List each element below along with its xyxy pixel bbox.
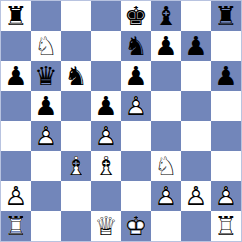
- piece-black-knight[interactable]: ♞: [121, 31, 151, 61]
- piece-glyph: ♟: [181, 31, 211, 61]
- piece-black-king[interactable]: ♚: [121, 1, 151, 31]
- square-f5[interactable]: [151, 91, 181, 121]
- square-b1[interactable]: [31, 211, 61, 241]
- piece-glyph: ♙: [1, 181, 31, 211]
- square-h7[interactable]: [211, 31, 241, 61]
- chess-board: ♜♚♝♜♞♘♞♟♟♟♛♞♟♟♟♟♟♙♟♙♟♙♝♗♝♗♞♘♟♙♟♙♟♙♟♙♜♖♛♕…: [0, 0, 242, 242]
- piece-black-pawn[interactable]: ♟: [211, 61, 241, 91]
- piece-white-pawn[interactable]: ♟♙: [1, 181, 31, 211]
- piece-white-pawn[interactable]: ♟♙: [181, 181, 211, 211]
- square-a2[interactable]: ♟♙: [1, 181, 31, 211]
- square-f6[interactable]: [151, 61, 181, 91]
- piece-black-rook[interactable]: ♜: [211, 1, 241, 31]
- square-c3[interactable]: ♝♗: [61, 151, 91, 181]
- piece-glyph: ♘: [31, 31, 61, 61]
- square-d6[interactable]: [91, 61, 121, 91]
- square-c8[interactable]: [61, 1, 91, 31]
- square-b5[interactable]: ♟: [31, 91, 61, 121]
- square-d3[interactable]: ♝♗: [91, 151, 121, 181]
- square-g7[interactable]: ♟: [181, 31, 211, 61]
- square-h4[interactable]: [211, 121, 241, 151]
- square-d7[interactable]: [91, 31, 121, 61]
- piece-glyph: ♗: [61, 151, 91, 181]
- square-g4[interactable]: [181, 121, 211, 151]
- square-f7[interactable]: ♟: [151, 31, 181, 61]
- square-b2[interactable]: [31, 181, 61, 211]
- piece-white-pawn[interactable]: ♟♙: [151, 181, 181, 211]
- square-a6[interactable]: ♟: [1, 61, 31, 91]
- square-b3[interactable]: [31, 151, 61, 181]
- piece-glyph: ♟: [121, 61, 151, 91]
- piece-white-pawn[interactable]: ♟♙: [121, 91, 151, 121]
- piece-white-king[interactable]: ♚♔: [121, 211, 151, 241]
- square-b6[interactable]: ♛: [31, 61, 61, 91]
- square-e2[interactable]: [121, 181, 151, 211]
- square-a5[interactable]: [1, 91, 31, 121]
- piece-white-bishop[interactable]: ♝♗: [61, 151, 91, 181]
- square-f1[interactable]: [151, 211, 181, 241]
- square-b4[interactable]: ♟♙: [31, 121, 61, 151]
- piece-white-queen[interactable]: ♛♕: [91, 211, 121, 241]
- square-f8[interactable]: ♝: [151, 1, 181, 31]
- square-b8[interactable]: [31, 1, 61, 31]
- piece-white-bishop[interactable]: ♝♗: [91, 151, 121, 181]
- square-e5[interactable]: ♟♙: [121, 91, 151, 121]
- square-e3[interactable]: [121, 151, 151, 181]
- square-f3[interactable]: ♞♘: [151, 151, 181, 181]
- piece-glyph: ♟: [211, 61, 241, 91]
- square-b7[interactable]: ♞♘: [31, 31, 61, 61]
- piece-white-knight[interactable]: ♞♘: [31, 31, 61, 61]
- piece-black-pawn[interactable]: ♟: [181, 31, 211, 61]
- square-h3[interactable]: [211, 151, 241, 181]
- square-e6[interactable]: ♟: [121, 61, 151, 91]
- square-a4[interactable]: [1, 121, 31, 151]
- square-d4[interactable]: ♟♙: [91, 121, 121, 151]
- square-g6[interactable]: [181, 61, 211, 91]
- piece-glyph: ♗: [91, 151, 121, 181]
- piece-glyph: ♙: [121, 91, 151, 121]
- piece-glyph: ♛: [31, 61, 61, 91]
- square-a8[interactable]: ♜: [1, 1, 31, 31]
- square-g2[interactable]: ♟♙: [181, 181, 211, 211]
- square-a7[interactable]: [1, 31, 31, 61]
- piece-glyph: ♟: [1, 61, 31, 91]
- piece-black-pawn[interactable]: ♟: [1, 61, 31, 91]
- square-c4[interactable]: [61, 121, 91, 151]
- piece-white-pawn[interactable]: ♟♙: [91, 121, 121, 151]
- piece-white-rook[interactable]: ♜♖: [1, 211, 31, 241]
- piece-glyph: ♙: [91, 121, 121, 151]
- square-d1[interactable]: ♛♕: [91, 211, 121, 241]
- piece-black-rook[interactable]: ♜: [1, 1, 31, 31]
- piece-glyph: ♝: [151, 1, 181, 31]
- square-c5[interactable]: [61, 91, 91, 121]
- piece-white-rook[interactable]: ♜♖: [211, 211, 241, 241]
- piece-glyph: ♘: [151, 151, 181, 181]
- square-h8[interactable]: ♜: [211, 1, 241, 31]
- piece-glyph: ♚: [121, 1, 151, 31]
- piece-glyph: ♞: [61, 61, 91, 91]
- square-h1[interactable]: ♜♖: [211, 211, 241, 241]
- piece-glyph: ♜: [211, 1, 241, 31]
- square-c6[interactable]: ♞: [61, 61, 91, 91]
- piece-white-pawn[interactable]: ♟♙: [211, 181, 241, 211]
- piece-black-pawn[interactable]: ♟: [91, 91, 121, 121]
- piece-glyph: ♙: [151, 181, 181, 211]
- square-e4[interactable]: [121, 121, 151, 151]
- piece-glyph: ♖: [211, 211, 241, 241]
- square-a3[interactable]: [1, 151, 31, 181]
- square-h2[interactable]: ♟♙: [211, 181, 241, 211]
- piece-glyph: ♔: [121, 211, 151, 241]
- piece-glyph: ♟: [31, 91, 61, 121]
- piece-black-queen[interactable]: ♛: [31, 61, 61, 91]
- square-c2[interactable]: [61, 181, 91, 211]
- piece-glyph: ♟: [91, 91, 121, 121]
- square-d5[interactable]: ♟: [91, 91, 121, 121]
- piece-white-knight[interactable]: ♞♘: [151, 151, 181, 181]
- piece-black-pawn[interactable]: ♟: [151, 31, 181, 61]
- square-g8[interactable]: [181, 1, 211, 31]
- square-g1[interactable]: [181, 211, 211, 241]
- square-g3[interactable]: [181, 151, 211, 181]
- piece-glyph: ♟: [151, 31, 181, 61]
- piece-black-bishop[interactable]: ♝: [151, 1, 181, 31]
- square-e7[interactable]: ♞: [121, 31, 151, 61]
- piece-glyph: ♞: [121, 31, 151, 61]
- square-f2[interactable]: ♟♙: [151, 181, 181, 211]
- square-h5[interactable]: [211, 91, 241, 121]
- piece-glyph: ♙: [181, 181, 211, 211]
- piece-black-pawn[interactable]: ♟: [31, 91, 61, 121]
- square-d8[interactable]: [91, 1, 121, 31]
- piece-white-pawn[interactable]: ♟♙: [31, 121, 61, 151]
- piece-black-knight[interactable]: ♞: [61, 61, 91, 91]
- square-c7[interactable]: [61, 31, 91, 61]
- square-h6[interactable]: ♟: [211, 61, 241, 91]
- square-e1[interactable]: ♚♔: [121, 211, 151, 241]
- square-d2[interactable]: [91, 181, 121, 211]
- piece-glyph: ♙: [31, 121, 61, 151]
- piece-black-pawn[interactable]: ♟: [121, 61, 151, 91]
- square-c1[interactable]: [61, 211, 91, 241]
- piece-glyph: ♜: [1, 1, 31, 31]
- piece-glyph: ♕: [91, 211, 121, 241]
- square-e8[interactable]: ♚: [121, 1, 151, 31]
- square-a1[interactable]: ♜♖: [1, 211, 31, 241]
- piece-glyph: ♖: [1, 211, 31, 241]
- square-g5[interactable]: [181, 91, 211, 121]
- square-f4[interactable]: [151, 121, 181, 151]
- piece-glyph: ♙: [211, 181, 241, 211]
